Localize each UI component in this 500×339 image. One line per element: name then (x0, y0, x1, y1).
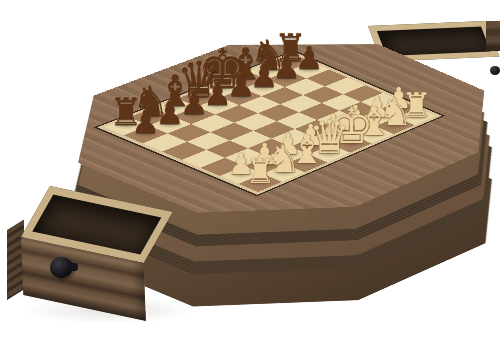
drawer-upper-right-front-face (486, 21, 500, 51)
drawer-lower-left-knob-stem (69, 263, 78, 271)
drawer-upper-right-knob-icon (490, 66, 500, 75)
chess-set-product-photo: ♜♞♝♛♚♝♞♜♟♟♟♟♟♟♟♟♟♟♟♟♟♟♟♟♜♞♝♛♚♝♞♜ (0, 0, 500, 339)
